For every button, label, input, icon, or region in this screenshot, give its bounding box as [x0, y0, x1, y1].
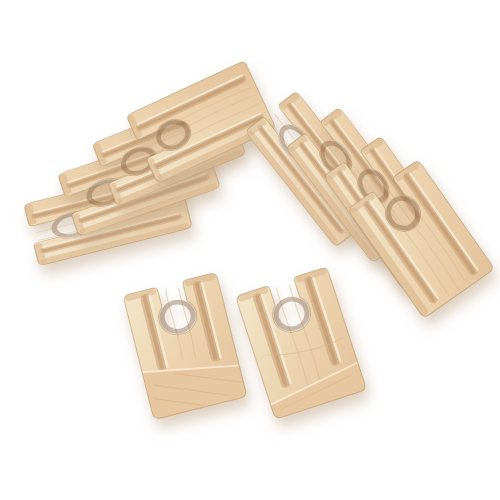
- image-description: Overhead product photo of ten plain ligh…: [0, 0, 1, 1]
- track-piece-front-right: [251, 273, 351, 413]
- track-piece-left-stack-4: [151, 52, 251, 192]
- track-piece-right-stack-4: [371, 169, 471, 309]
- product-photo: Overhead product photo of ten plain ligh…: [0, 0, 500, 500]
- track-piece-front-left: [135, 276, 235, 416]
